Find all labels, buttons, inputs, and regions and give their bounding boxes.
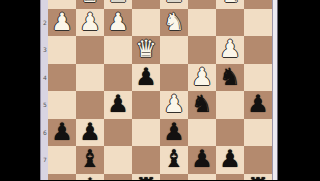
square-h8[interactable] xyxy=(48,174,76,181)
square-a7[interactable] xyxy=(244,146,272,174)
square-c6[interactable] xyxy=(188,119,216,147)
square-a1[interactable] xyxy=(244,0,272,9)
square-c7[interactable]: ♟ xyxy=(188,146,216,174)
square-c3[interactable] xyxy=(188,36,216,64)
square-h4[interactable] xyxy=(48,64,76,92)
square-b6[interactable] xyxy=(216,119,244,147)
square-d7[interactable]: ♝ xyxy=(160,146,188,174)
square-g4[interactable] xyxy=(76,64,104,92)
square-a3[interactable] xyxy=(244,36,272,64)
white-queen[interactable]: ♛ xyxy=(132,36,160,64)
square-d5[interactable]: ♟ xyxy=(160,91,188,119)
white-pawn[interactable]: ♟ xyxy=(104,9,132,37)
chess-app-screen: 234567 ♚♜♜♞♟♟♟♞♛♟♟♟♞♟♟♞♟♟♟♟♝♝♟♟♚♜♜ xyxy=(0,0,320,180)
black-pawn[interactable]: ♟ xyxy=(188,146,216,174)
square-b3[interactable]: ♟ xyxy=(216,36,244,64)
square-a4[interactable] xyxy=(244,64,272,92)
white-pawn[interactable]: ♟ xyxy=(188,64,216,92)
square-b8[interactable] xyxy=(216,174,244,181)
square-c5[interactable]: ♞ xyxy=(188,91,216,119)
square-c2[interactable] xyxy=(188,9,216,37)
square-a6[interactable] xyxy=(244,119,272,147)
square-g6[interactable]: ♟ xyxy=(76,119,104,147)
black-king[interactable]: ♚ xyxy=(76,174,104,181)
black-pawn[interactable]: ♟ xyxy=(104,91,132,119)
square-e3[interactable]: ♛ xyxy=(132,36,160,64)
square-e7[interactable] xyxy=(132,146,160,174)
square-g7[interactable]: ♝ xyxy=(76,146,104,174)
square-h7[interactable] xyxy=(48,146,76,174)
square-b4[interactable]: ♞ xyxy=(216,64,244,92)
square-c1[interactable] xyxy=(188,0,216,9)
black-pawn[interactable]: ♟ xyxy=(48,119,76,147)
square-f3[interactable] xyxy=(104,36,132,64)
square-d8[interactable] xyxy=(160,174,188,181)
black-pawn[interactable]: ♟ xyxy=(160,119,188,147)
square-e8[interactable]: ♜ xyxy=(132,174,160,181)
square-d2[interactable]: ♞ xyxy=(160,9,188,37)
square-a8[interactable]: ♜ xyxy=(244,174,272,181)
rank-coordinate-strip: 234567 xyxy=(40,0,48,180)
square-g8[interactable]: ♚ xyxy=(76,174,104,181)
black-rook[interactable]: ♜ xyxy=(132,174,160,181)
square-g3[interactable] xyxy=(76,36,104,64)
square-g5[interactable] xyxy=(76,91,104,119)
square-g2[interactable]: ♟ xyxy=(76,9,104,37)
square-b2[interactable] xyxy=(216,9,244,37)
square-f2[interactable]: ♟ xyxy=(104,9,132,37)
square-b5[interactable] xyxy=(216,91,244,119)
square-f6[interactable] xyxy=(104,119,132,147)
white-knight[interactable]: ♞ xyxy=(216,0,244,9)
white-pawn[interactable]: ♟ xyxy=(48,9,76,37)
square-f7[interactable] xyxy=(104,146,132,174)
black-bishop[interactable]: ♝ xyxy=(76,146,104,174)
square-d6[interactable]: ♟ xyxy=(160,119,188,147)
square-c4[interactable]: ♟ xyxy=(188,64,216,92)
black-rook[interactable]: ♜ xyxy=(244,174,272,181)
square-c8[interactable] xyxy=(188,174,216,181)
square-h3[interactable] xyxy=(48,36,76,64)
white-pawn[interactable]: ♟ xyxy=(216,36,244,64)
square-b1[interactable]: ♞ xyxy=(216,0,244,9)
white-pawn[interactable]: ♟ xyxy=(160,91,188,119)
square-e2[interactable] xyxy=(132,9,160,37)
square-e1[interactable] xyxy=(132,0,160,9)
black-knight[interactable]: ♞ xyxy=(188,91,216,119)
square-f4[interactable] xyxy=(104,64,132,92)
square-h5[interactable] xyxy=(48,91,76,119)
black-pawn[interactable]: ♟ xyxy=(76,119,104,147)
black-bishop[interactable]: ♝ xyxy=(160,146,188,174)
chess-board[interactable]: ♚♜♜♞♟♟♟♞♛♟♟♟♞♟♟♞♟♟♟♟♝♝♟♟♚♜♜ xyxy=(48,0,272,180)
square-d3[interactable] xyxy=(160,36,188,64)
square-b7[interactable]: ♟ xyxy=(216,146,244,174)
white-knight[interactable]: ♞ xyxy=(160,9,188,37)
black-pawn[interactable]: ♟ xyxy=(216,146,244,174)
square-e5[interactable] xyxy=(132,91,160,119)
square-h2[interactable]: ♟ xyxy=(48,9,76,37)
black-pawn[interactable]: ♟ xyxy=(244,91,272,119)
square-e6[interactable] xyxy=(132,119,160,147)
black-knight[interactable]: ♞ xyxy=(216,64,244,92)
white-pawn[interactable]: ♟ xyxy=(76,9,104,37)
right-black-bar xyxy=(278,0,320,180)
square-d4[interactable] xyxy=(160,64,188,92)
square-f5[interactable]: ♟ xyxy=(104,91,132,119)
left-black-bar xyxy=(0,0,40,180)
square-a5[interactable]: ♟ xyxy=(244,91,272,119)
square-h6[interactable]: ♟ xyxy=(48,119,76,147)
square-a2[interactable] xyxy=(244,9,272,37)
square-f8[interactable] xyxy=(104,174,132,181)
black-pawn[interactable]: ♟ xyxy=(132,64,160,92)
square-e4[interactable]: ♟ xyxy=(132,64,160,92)
